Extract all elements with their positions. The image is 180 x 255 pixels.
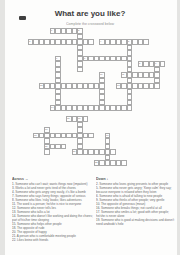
crossword-cell[interactable] [61,144,67,150]
crossword-cell[interactable] [77,67,83,73]
crossword-grid[interactable]: 12345678910111213141516171819202122 [11,28,171,171]
scan-edge-left [0,0,5,255]
clue-number: 2 [78,29,79,31]
clue-number: 11 [122,73,124,75]
crossword-cell[interactable] [160,61,166,67]
clue-number: 17 [45,128,48,130]
clue-number: 20 [45,145,48,147]
clue-number: 4 [100,40,101,42]
down-clue-list: 2. Someone who loves giving presents to … [96,182,176,226]
clue-item: 19. Someone who is good at making decisi… [96,218,176,226]
crossword-cell[interactable] [143,39,149,45]
clue-number: 7 [84,57,85,59]
clue-number: 22 [95,161,98,163]
crossword-cell[interactable] [44,149,50,155]
crossword-cell[interactable] [88,39,94,45]
clue-number: 1 [51,29,52,31]
scan-edge-right [177,0,180,255]
page-subtitle: Complete the crossword below [66,22,114,26]
across-clues-column: Across → 1. Someone who can't wait; want… [12,177,93,255]
clue-number: 21 [73,150,76,152]
clue-number: 15 [67,117,70,119]
crossword-cell[interactable] [83,116,89,122]
page-subtitle-wrap: Complete the crossword below [0,18,180,27]
clue-number: 16 [78,117,81,119]
crossword-cell[interactable] [88,133,94,139]
clue-number: 13 [117,84,120,86]
clue-number: 3 [29,40,30,42]
down-clues-column: Down ↓ 2. Someone who loves giving prese… [96,177,176,255]
clue-number: 6 [56,57,57,59]
clue-number: 19 [106,134,109,136]
empty-space [165,166,171,172]
clue-item: 5. Someone who never gets angry; 'Keep c… [96,186,176,194]
clue-number: 5 [128,40,129,42]
page-title: What are you like? [0,9,180,18]
clue-item: 17. Someone who smiles a lot; good with … [96,210,176,218]
crossword-cell[interactable] [110,149,116,155]
clue-item: 22. Likes being with friends [12,238,93,242]
clue-item: 14. Someone who doesn't like working and… [12,214,93,222]
crossword-cell[interactable] [121,160,127,166]
crossword-cell[interactable] [154,83,160,89]
clue-number: 9 [155,62,156,64]
across-clue-list: 1. Someone who can't wait; wants things … [12,182,93,242]
worksheet-page: What are you like? Complete the crosswor… [0,0,180,255]
down-arrow-icon: ↓ [107,177,109,181]
across-heading: Across → [12,177,93,181]
clue-number: 12 [40,84,43,86]
clue-number: 10 [100,73,103,75]
clue-number: 14 [51,106,54,108]
down-heading: Down ↓ [96,177,176,181]
crossword-cell[interactable] [127,105,133,111]
across-arrow-icon: → [25,177,29,181]
clue-number: 8 [139,62,140,64]
clue-number: 18 [34,134,37,136]
